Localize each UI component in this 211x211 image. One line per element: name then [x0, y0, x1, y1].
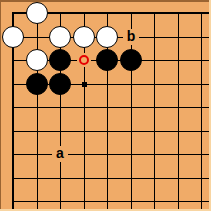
grid-line-horizontal-8 [12, 178, 211, 179]
go-board: ba [0, 0, 211, 211]
black-stone [49, 49, 71, 71]
frame-border-top [0, 0, 211, 2]
grid-line-horizontal-6 [12, 131, 211, 132]
black-stone [49, 73, 71, 95]
white-stone [2, 26, 24, 48]
black-stone [96, 49, 118, 71]
white-stone [26, 49, 48, 71]
point-label-a: a [52, 146, 68, 162]
white-stone [49, 26, 71, 48]
hoshi-point [82, 82, 87, 87]
grid-line-vertical-8 [178, 12, 179, 211]
black-stone [26, 73, 48, 95]
point-label-b: b [123, 29, 139, 45]
grid-line-vertical-9 [201, 12, 202, 211]
grid-line-vertical-2 [37, 12, 38, 211]
black-stone [120, 49, 142, 71]
white-stone [73, 26, 95, 48]
white-stone [26, 2, 48, 24]
frame-border-bottom [0, 209, 211, 211]
grid-line-horizontal-9 [12, 201, 211, 202]
grid-line-horizontal-7 [12, 154, 211, 155]
grid-line-vertical-7 [154, 12, 155, 211]
circled-point-marker [79, 55, 89, 65]
grid-line-horizontal-5 [12, 107, 211, 108]
white-stone [96, 26, 118, 48]
frame-border-right [209, 0, 211, 211]
frame-border-left [0, 0, 1, 211]
